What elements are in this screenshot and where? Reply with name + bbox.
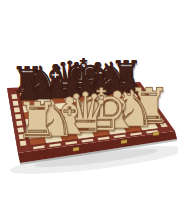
brass-clasp-icon (121, 140, 127, 144)
coordinate-tile-left (11, 94, 17, 99)
coordinate-tile-left (17, 127, 24, 132)
coordinate-tile-left (19, 134, 26, 139)
square-d7 (64, 96, 81, 103)
coordinate-tile-left (20, 141, 27, 146)
square-b6 (37, 104, 53, 112)
square-b8 (33, 91, 49, 98)
coordinate-tile-left (14, 107, 20, 112)
square-f7 (92, 94, 109, 101)
coordinate-tile-back (48, 87, 59, 90)
coordinate-tile-left (16, 121, 22, 126)
chess-board (0, 0, 178, 222)
product-photo: ♜♞♝♛♚♝♞♜♟♟♟♟♟♟♟♟♟♟♟♟♟♟♟♟♜♞♝♛♚♝♞♜ (0, 0, 178, 222)
square-a5 (24, 111, 40, 119)
square-c7 (49, 97, 65, 104)
square-a8 (19, 92, 35, 99)
brass-clasp-icon (73, 147, 79, 151)
coordinate-tile-left (13, 101, 19, 106)
square-a6 (22, 105, 38, 113)
square-a7 (21, 99, 37, 107)
square-e7 (78, 95, 95, 102)
square-c6 (51, 103, 68, 110)
coordinate-tile-left (15, 114, 21, 119)
square-d6 (66, 102, 83, 109)
square-b7 (35, 98, 51, 105)
brass-clasp-icon (153, 132, 159, 136)
square-c8 (47, 91, 63, 98)
